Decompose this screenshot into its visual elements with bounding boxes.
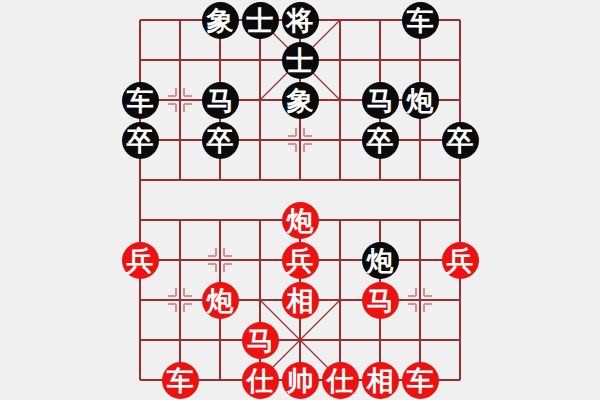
red-horse[interactable]: 马 xyxy=(242,322,279,359)
red-elephant[interactable]: 相 xyxy=(362,362,399,399)
red-pawn[interactable]: 兵 xyxy=(442,242,479,279)
black-elephant[interactable]: 象 xyxy=(202,2,239,39)
xiangqi-board: 象士将车士车马象马炮卒卒卒卒炮兵兵炮兵炮相马马车仕帅仕相车 xyxy=(0,0,600,400)
black-horse[interactable]: 马 xyxy=(362,82,399,119)
black-cannon[interactable]: 炮 xyxy=(362,242,399,279)
black-chariot[interactable]: 车 xyxy=(402,2,439,39)
red-pawn[interactable]: 兵 xyxy=(122,242,159,279)
black-pawn[interactable]: 卒 xyxy=(442,122,479,159)
red-general[interactable]: 帅 xyxy=(282,362,319,399)
black-horse[interactable]: 马 xyxy=(202,82,239,119)
black-pawn[interactable]: 卒 xyxy=(122,122,159,159)
black-general[interactable]: 将 xyxy=(282,2,319,39)
black-pawn[interactable]: 卒 xyxy=(362,122,399,159)
red-advisor[interactable]: 仕 xyxy=(322,362,359,399)
black-pawn[interactable]: 卒 xyxy=(202,122,239,159)
black-advisor[interactable]: 士 xyxy=(242,2,279,39)
red-elephant[interactable]: 相 xyxy=(282,282,319,319)
pieces-layer: 象士将车士车马象马炮卒卒卒卒炮兵兵炮兵炮相马马车仕帅仕相车 xyxy=(120,0,480,400)
black-chariot[interactable]: 车 xyxy=(122,82,159,119)
black-elephant[interactable]: 象 xyxy=(282,82,319,119)
black-advisor[interactable]: 士 xyxy=(282,42,319,79)
red-chariot[interactable]: 车 xyxy=(162,362,199,399)
red-advisor[interactable]: 仕 xyxy=(242,362,279,399)
red-chariot[interactable]: 车 xyxy=(402,362,439,399)
black-cannon[interactable]: 炮 xyxy=(402,82,439,119)
red-horse[interactable]: 马 xyxy=(362,282,399,319)
red-cannon[interactable]: 炮 xyxy=(202,282,239,319)
red-pawn[interactable]: 兵 xyxy=(282,242,319,279)
red-cannon[interactable]: 炮 xyxy=(282,202,319,239)
